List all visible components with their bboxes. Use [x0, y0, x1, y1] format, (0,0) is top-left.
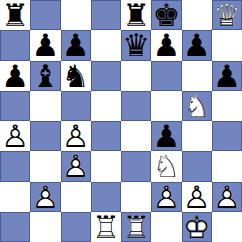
piece-white-knight: ♞♘ — [151, 151, 181, 181]
square-f6[interactable] — [151, 61, 181, 91]
square-g8[interactable] — [182, 0, 212, 30]
square-d5[interactable] — [91, 91, 121, 121]
piece-black-knight: ♞ — [61, 61, 91, 91]
square-a6[interactable]: ♟ — [0, 61, 30, 91]
square-a4[interactable]: ♟♙ — [0, 121, 30, 151]
square-g7[interactable]: ♟ — [182, 30, 212, 60]
square-e1[interactable]: ♜♖ — [121, 212, 151, 242]
square-a8[interactable]: ♜ — [0, 0, 30, 30]
piece-black-king: ♚ — [151, 0, 181, 30]
piece-black-queen: ♛ — [121, 30, 151, 60]
piece-black-pawn: ♟ — [30, 30, 60, 60]
piece-white-king: ♚♔ — [182, 212, 212, 242]
square-c4[interactable]: ♟♙ — [61, 121, 91, 151]
piece-black-pawn: ♟ — [0, 61, 30, 91]
square-h7[interactable] — [212, 30, 242, 60]
piece-white-pawn: ♟♙ — [182, 182, 212, 212]
square-c8[interactable] — [61, 0, 91, 30]
piece-white-pawn: ♟♙ — [61, 151, 91, 181]
piece-black-bishop: ♝ — [30, 61, 60, 91]
square-h3[interactable] — [212, 151, 242, 181]
square-g6[interactable] — [182, 61, 212, 91]
square-e5[interactable] — [121, 91, 151, 121]
piece-white-pawn: ♟♙ — [0, 121, 30, 151]
piece-black-pawn: ♟ — [151, 30, 181, 60]
piece-black-pawn: ♟ — [212, 61, 242, 91]
piece-white-pawn: ♟♙ — [212, 182, 242, 212]
square-h8[interactable]: ♛♕ — [212, 0, 242, 30]
square-e6[interactable] — [121, 61, 151, 91]
square-d3[interactable] — [91, 151, 121, 181]
square-h6[interactable]: ♟ — [212, 61, 242, 91]
piece-white-rook: ♜♖ — [91, 212, 121, 242]
piece-white-pawn: ♟♙ — [61, 121, 91, 151]
square-b3[interactable] — [30, 151, 60, 181]
square-c5[interactable] — [61, 91, 91, 121]
square-b6[interactable]: ♝ — [30, 61, 60, 91]
square-a1[interactable] — [0, 212, 30, 242]
square-b2[interactable]: ♟♙ — [30, 182, 60, 212]
square-c6[interactable]: ♞ — [61, 61, 91, 91]
square-b7[interactable]: ♟ — [30, 30, 60, 60]
piece-white-pawn: ♟♙ — [151, 182, 181, 212]
square-b1[interactable] — [30, 212, 60, 242]
square-h5[interactable] — [212, 91, 242, 121]
square-a5[interactable] — [0, 91, 30, 121]
square-f2[interactable]: ♟♙ — [151, 182, 181, 212]
square-a7[interactable] — [0, 30, 30, 60]
square-e4[interactable] — [121, 121, 151, 151]
square-e7[interactable]: ♛ — [121, 30, 151, 60]
piece-white-pawn: ♟♙ — [30, 182, 60, 212]
square-c3[interactable]: ♟♙ — [61, 151, 91, 181]
square-f8[interactable]: ♚ — [151, 0, 181, 30]
square-e2[interactable] — [121, 182, 151, 212]
square-h4[interactable] — [212, 121, 242, 151]
square-g1[interactable]: ♚♔ — [182, 212, 212, 242]
square-h1[interactable] — [212, 212, 242, 242]
square-e3[interactable] — [121, 151, 151, 181]
square-a3[interactable] — [0, 151, 30, 181]
piece-white-knight: ♞♘ — [182, 91, 212, 121]
square-c2[interactable] — [61, 182, 91, 212]
piece-white-queen: ♛♕ — [212, 0, 242, 30]
square-h2[interactable]: ♟♙ — [212, 182, 242, 212]
piece-black-pawn: ♟ — [61, 30, 91, 60]
square-e8[interactable]: ♜ — [121, 0, 151, 30]
square-d8[interactable] — [91, 0, 121, 30]
square-g2[interactable]: ♟♙ — [182, 182, 212, 212]
square-b4[interactable] — [30, 121, 60, 151]
piece-black-rook: ♜ — [0, 0, 30, 30]
square-g3[interactable] — [182, 151, 212, 181]
piece-white-rook: ♜♖ — [121, 212, 151, 242]
square-f7[interactable]: ♟ — [151, 30, 181, 60]
square-b8[interactable] — [30, 0, 60, 30]
piece-black-pawn: ♟ — [182, 30, 212, 60]
square-d7[interactable] — [91, 30, 121, 60]
square-a2[interactable] — [0, 182, 30, 212]
square-c7[interactable]: ♟ — [61, 30, 91, 60]
square-b5[interactable] — [30, 91, 60, 121]
square-f4[interactable]: ♟ — [151, 121, 181, 151]
piece-black-rook: ♜ — [121, 0, 151, 30]
square-c1[interactable] — [61, 212, 91, 242]
square-d2[interactable] — [91, 182, 121, 212]
square-d6[interactable] — [91, 61, 121, 91]
square-f1[interactable] — [151, 212, 181, 242]
square-f5[interactable] — [151, 91, 181, 121]
piece-black-pawn: ♟ — [151, 121, 181, 151]
square-f3[interactable]: ♞♘ — [151, 151, 181, 181]
square-d1[interactable]: ♜♖ — [91, 212, 121, 242]
chess-board: ♜♜♚♛♕♟♟♛♟♟♟♝♞♟♞♘♟♙♟♙♟♟♙♞♘♟♙♟♙♟♙♟♙♜♖♜♖♚♔ — [0, 0, 242, 242]
square-g4[interactable] — [182, 121, 212, 151]
square-g5[interactable]: ♞♘ — [182, 91, 212, 121]
square-d4[interactable] — [91, 121, 121, 151]
